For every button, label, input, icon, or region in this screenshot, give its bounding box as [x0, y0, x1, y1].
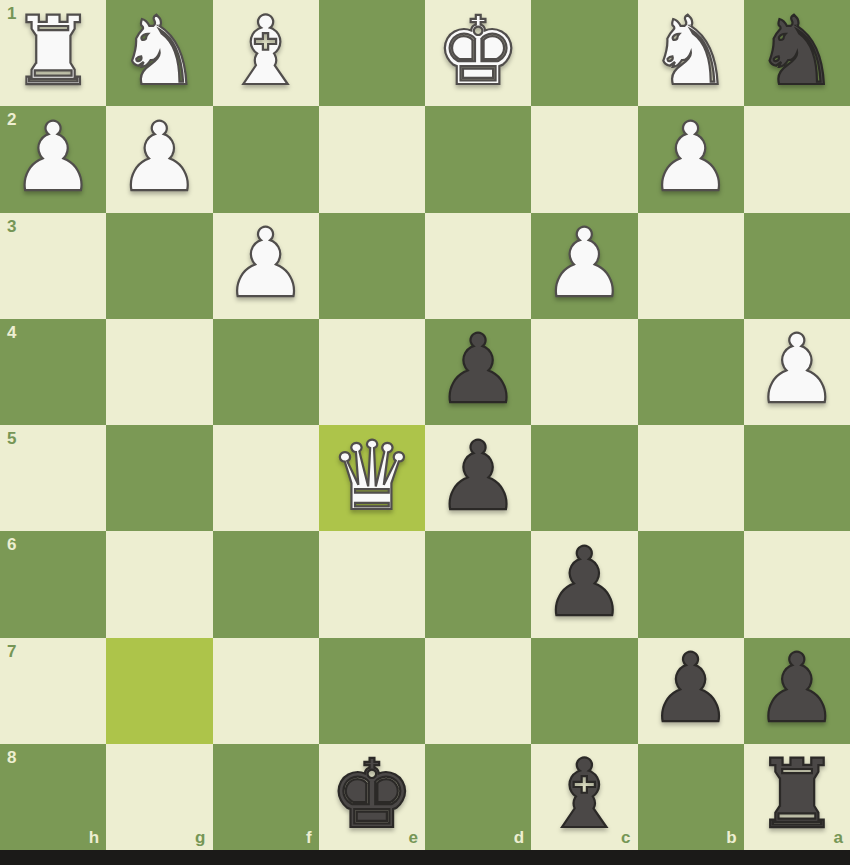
square-h4[interactable]: 4: [0, 319, 106, 425]
square-g4[interactable]: [106, 319, 212, 425]
square-g2[interactable]: ♟: [106, 106, 212, 212]
square-e6[interactable]: [319, 531, 425, 637]
square-e3[interactable]: [319, 213, 425, 319]
piece-black-rook-a8[interactable]: ♜: [754, 747, 839, 842]
square-h6[interactable]: 6: [0, 531, 106, 637]
square-f7[interactable]: [213, 638, 319, 744]
square-e1[interactable]: [319, 0, 425, 106]
rank-label-6: 6: [7, 536, 16, 553]
chess-board: 1♜♞♝♚♞♞2♟♟♟3♟♟4♟♟5♛♟6♟7♟♟8hgfe♚dc♝ba♜: [0, 0, 850, 850]
square-e2[interactable]: [319, 106, 425, 212]
file-label-b: b: [726, 829, 736, 846]
square-a5[interactable]: [744, 425, 850, 531]
square-h7[interactable]: 7: [0, 638, 106, 744]
piece-white-bishop-f1[interactable]: ♝: [223, 4, 308, 99]
square-a3[interactable]: [744, 213, 850, 319]
square-d1[interactable]: ♚: [425, 0, 531, 106]
file-label-h: h: [89, 829, 99, 846]
square-c1[interactable]: [531, 0, 637, 106]
square-e7[interactable]: [319, 638, 425, 744]
square-a2[interactable]: [744, 106, 850, 212]
square-f8[interactable]: f: [213, 744, 319, 850]
piece-white-knight-g1[interactable]: ♞: [117, 4, 202, 99]
square-h3[interactable]: 3: [0, 213, 106, 319]
square-a7[interactable]: ♟: [744, 638, 850, 744]
rank-label-8: 8: [7, 749, 16, 766]
square-f6[interactable]: [213, 531, 319, 637]
square-d3[interactable]: [425, 213, 531, 319]
square-b6[interactable]: [638, 531, 744, 637]
piece-black-pawn-b7[interactable]: ♟: [648, 641, 733, 736]
piece-white-pawn-b2[interactable]: ♟: [648, 110, 733, 205]
square-b3[interactable]: [638, 213, 744, 319]
piece-black-pawn-d4[interactable]: ♟: [436, 322, 521, 417]
square-g8[interactable]: g: [106, 744, 212, 850]
square-a8[interactable]: a♜: [744, 744, 850, 850]
file-label-g: g: [195, 829, 205, 846]
square-c5[interactable]: [531, 425, 637, 531]
square-f4[interactable]: [213, 319, 319, 425]
square-c2[interactable]: [531, 106, 637, 212]
square-b7[interactable]: ♟: [638, 638, 744, 744]
piece-white-knight-b1[interactable]: ♞: [648, 4, 733, 99]
square-d7[interactable]: [425, 638, 531, 744]
square-b1[interactable]: ♞: [638, 0, 744, 106]
file-label-f: f: [306, 829, 312, 846]
square-c4[interactable]: [531, 319, 637, 425]
square-f5[interactable]: [213, 425, 319, 531]
rank-label-4: 4: [7, 324, 16, 341]
piece-black-king-e8[interactable]: ♚: [329, 747, 414, 842]
rank-label-5: 5: [7, 430, 16, 447]
piece-black-knight-a1[interactable]: ♞: [754, 4, 839, 99]
square-g7[interactable]: [106, 638, 212, 744]
bottom-bar: [0, 850, 850, 865]
piece-white-rook-h1[interactable]: ♜: [11, 4, 96, 99]
rank-label-3: 3: [7, 218, 16, 235]
square-c8[interactable]: c♝: [531, 744, 637, 850]
rank-label-7: 7: [7, 643, 16, 660]
square-h2[interactable]: 2♟: [0, 106, 106, 212]
piece-white-pawn-g2[interactable]: ♟: [117, 110, 202, 205]
square-d2[interactable]: [425, 106, 531, 212]
square-c6[interactable]: ♟: [531, 531, 637, 637]
square-a1[interactable]: ♞: [744, 0, 850, 106]
square-f2[interactable]: [213, 106, 319, 212]
square-b8[interactable]: b: [638, 744, 744, 850]
square-e5[interactable]: ♛: [319, 425, 425, 531]
square-d6[interactable]: [425, 531, 531, 637]
square-g6[interactable]: [106, 531, 212, 637]
piece-black-bishop-c8[interactable]: ♝: [542, 747, 627, 842]
file-label-d: d: [514, 829, 524, 846]
square-b2[interactable]: ♟: [638, 106, 744, 212]
square-h1[interactable]: 1♜: [0, 0, 106, 106]
square-d5[interactable]: ♟: [425, 425, 531, 531]
piece-white-pawn-a4[interactable]: ♟: [754, 322, 839, 417]
piece-white-king-d1[interactable]: ♚: [436, 4, 521, 99]
square-a6[interactable]: [744, 531, 850, 637]
piece-black-pawn-c6[interactable]: ♟: [542, 535, 627, 630]
square-b5[interactable]: [638, 425, 744, 531]
chess-app-window: 1♜♞♝♚♞♞2♟♟♟3♟♟4♟♟5♛♟6♟7♟♟8hgfe♚dc♝ba♜: [0, 0, 850, 865]
square-f3[interactable]: ♟: [213, 213, 319, 319]
square-c7[interactable]: [531, 638, 637, 744]
square-a4[interactable]: ♟: [744, 319, 850, 425]
square-d8[interactable]: d: [425, 744, 531, 850]
square-f1[interactable]: ♝: [213, 0, 319, 106]
square-h8[interactable]: 8h: [0, 744, 106, 850]
piece-black-pawn-a7[interactable]: ♟: [754, 641, 839, 736]
square-b4[interactable]: [638, 319, 744, 425]
piece-black-pawn-d5[interactable]: ♟: [436, 429, 521, 524]
piece-white-queen-e5[interactable]: ♛: [329, 429, 414, 524]
piece-white-pawn-h2[interactable]: ♟: [11, 110, 96, 205]
square-e4[interactable]: [319, 319, 425, 425]
square-e8[interactable]: e♚: [319, 744, 425, 850]
square-g5[interactable]: [106, 425, 212, 531]
square-h5[interactable]: 5: [0, 425, 106, 531]
piece-white-pawn-f3[interactable]: ♟: [223, 216, 308, 311]
square-c3[interactable]: ♟: [531, 213, 637, 319]
square-g3[interactable]: [106, 213, 212, 319]
square-g1[interactable]: ♞: [106, 0, 212, 106]
square-d4[interactable]: ♟: [425, 319, 531, 425]
piece-white-pawn-c3[interactable]: ♟: [542, 216, 627, 311]
